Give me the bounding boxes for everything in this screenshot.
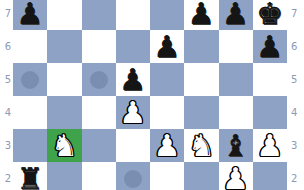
rank-label-right-3: 3 bbox=[291, 139, 304, 153]
chess-app-viewport: ♟♟♟♚♟♟♟♟♞♟♞♝♟♜♟ 765432765432 bbox=[0, 0, 304, 190]
rank-label-left-2: 2 bbox=[0, 172, 11, 186]
square-a4[interactable] bbox=[13, 96, 47, 129]
rank-label-left-4: 4 bbox=[0, 106, 11, 120]
white-pawn[interactable]: ♟ bbox=[256, 129, 283, 162]
square-d2[interactable] bbox=[116, 162, 150, 190]
square-g5[interactable] bbox=[219, 63, 253, 96]
square-f5[interactable] bbox=[184, 63, 218, 96]
rank-label-left-5: 5 bbox=[0, 73, 11, 87]
square-d5[interactable]: ♟ bbox=[116, 63, 150, 96]
square-f4[interactable] bbox=[184, 96, 218, 129]
black-pawn[interactable]: ♟ bbox=[119, 63, 146, 96]
square-a3[interactable] bbox=[13, 129, 47, 162]
square-d7[interactable] bbox=[116, 0, 150, 30]
square-c6[interactable] bbox=[82, 30, 116, 63]
black-pawn[interactable]: ♟ bbox=[154, 30, 181, 63]
square-d4[interactable]: ♟ bbox=[116, 96, 150, 129]
square-a7[interactable]: ♟ bbox=[13, 0, 47, 30]
square-h6[interactable]: ♟ bbox=[253, 30, 287, 63]
rank-label-left-3: 3 bbox=[0, 139, 11, 153]
square-h4[interactable] bbox=[253, 96, 287, 129]
square-e7[interactable] bbox=[150, 0, 184, 30]
square-c7[interactable] bbox=[82, 0, 116, 30]
square-a2[interactable]: ♜ bbox=[13, 162, 47, 190]
white-pawn[interactable]: ♟ bbox=[222, 162, 249, 190]
square-e2[interactable] bbox=[150, 162, 184, 190]
rank-label-right-6: 6 bbox=[291, 40, 304, 54]
rank-label-right-4: 4 bbox=[291, 106, 304, 120]
square-c2[interactable] bbox=[82, 162, 116, 190]
black-rook[interactable]: ♜ bbox=[17, 162, 44, 190]
square-h2[interactable] bbox=[253, 162, 287, 190]
black-king[interactable]: ♚ bbox=[256, 0, 283, 30]
black-pawn[interactable]: ♟ bbox=[17, 0, 44, 30]
square-h7[interactable]: ♚ bbox=[253, 0, 287, 30]
white-knight[interactable]: ♞ bbox=[51, 129, 78, 162]
square-g3[interactable]: ♝ bbox=[219, 129, 253, 162]
square-e6[interactable]: ♟ bbox=[150, 30, 184, 63]
black-pawn[interactable]: ♟ bbox=[188, 0, 215, 30]
chess-board: ♟♟♟♚♟♟♟♟♞♟♞♝♟♜♟ bbox=[13, 0, 287, 190]
square-e3[interactable]: ♟ bbox=[150, 129, 184, 162]
square-b5[interactable] bbox=[47, 63, 81, 96]
square-h5[interactable] bbox=[253, 63, 287, 96]
white-pawn[interactable]: ♟ bbox=[119, 96, 146, 129]
square-f7[interactable]: ♟ bbox=[184, 0, 218, 30]
square-b4[interactable] bbox=[47, 96, 81, 129]
square-b2[interactable] bbox=[47, 162, 81, 190]
square-b7[interactable] bbox=[47, 0, 81, 30]
square-d6[interactable] bbox=[116, 30, 150, 63]
legal-move-dot[interactable] bbox=[21, 71, 39, 89]
square-d3[interactable] bbox=[116, 129, 150, 162]
rank-label-right-5: 5 bbox=[291, 73, 304, 87]
square-g7[interactable]: ♟ bbox=[219, 0, 253, 30]
square-h3[interactable]: ♟ bbox=[253, 129, 287, 162]
square-e4[interactable] bbox=[150, 96, 184, 129]
square-c4[interactable] bbox=[82, 96, 116, 129]
legal-move-dot[interactable] bbox=[90, 71, 108, 89]
rank-label-right-2: 2 bbox=[291, 172, 304, 186]
legal-move-dot[interactable] bbox=[124, 170, 142, 188]
white-pawn[interactable]: ♟ bbox=[154, 129, 181, 162]
rank-label-right-7: 7 bbox=[291, 7, 304, 21]
square-a5[interactable] bbox=[13, 63, 47, 96]
square-b3[interactable]: ♞ bbox=[47, 129, 81, 162]
square-e5[interactable] bbox=[150, 63, 184, 96]
square-f2[interactable] bbox=[184, 162, 218, 190]
rank-label-left-7: 7 bbox=[0, 7, 11, 21]
square-g4[interactable] bbox=[219, 96, 253, 129]
square-c5[interactable] bbox=[82, 63, 116, 96]
white-knight[interactable]: ♞ bbox=[188, 129, 215, 162]
square-g6[interactable] bbox=[219, 30, 253, 63]
rank-label-left-6: 6 bbox=[0, 40, 11, 54]
black-pawn[interactable]: ♟ bbox=[256, 30, 283, 63]
square-a6[interactable] bbox=[13, 30, 47, 63]
square-b6[interactable] bbox=[47, 30, 81, 63]
black-pawn[interactable]: ♟ bbox=[222, 0, 249, 30]
square-f3[interactable]: ♞ bbox=[184, 129, 218, 162]
square-f6[interactable] bbox=[184, 30, 218, 63]
square-c3[interactable] bbox=[82, 129, 116, 162]
square-g2[interactable]: ♟ bbox=[219, 162, 253, 190]
black-bishop[interactable]: ♝ bbox=[222, 129, 249, 162]
